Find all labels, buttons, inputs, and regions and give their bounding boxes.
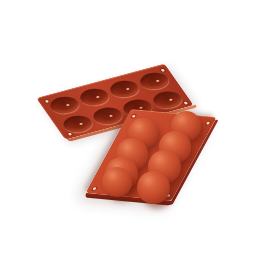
mold-cavity <box>76 86 112 108</box>
corner-hole <box>67 132 72 135</box>
mold-cavity <box>106 78 142 100</box>
mold-dome <box>102 167 132 197</box>
mold-cavity <box>136 70 172 92</box>
corner-hole <box>44 99 49 102</box>
corner-hole <box>131 114 135 117</box>
corner-hole <box>92 187 96 190</box>
product-photo <box>0 0 262 276</box>
corner-hole <box>206 121 210 124</box>
mold-cavity <box>149 89 185 111</box>
mold-cavity <box>89 105 125 127</box>
corner-hole <box>183 101 188 104</box>
mold-cavity <box>59 113 95 135</box>
mold-dome <box>137 171 170 204</box>
corner-hole <box>160 68 165 71</box>
mold-cavity <box>46 94 82 116</box>
